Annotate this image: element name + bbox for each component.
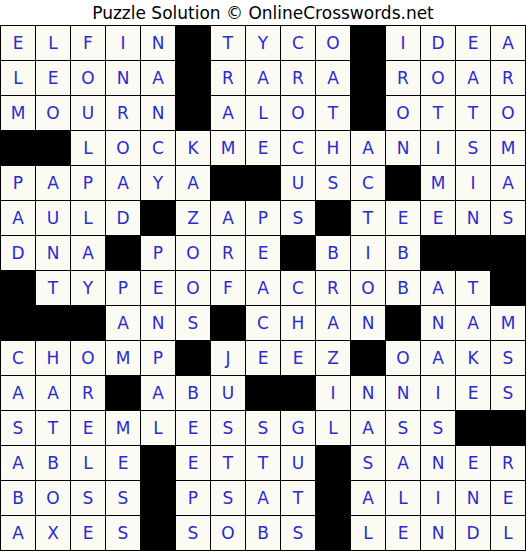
letter-cell: N bbox=[351, 306, 386, 341]
black-cell bbox=[351, 96, 386, 131]
letter-cell: E bbox=[246, 341, 281, 376]
letter-cell: T bbox=[456, 96, 491, 131]
black-cell bbox=[1, 306, 36, 341]
letter-cell: A bbox=[421, 271, 456, 306]
letter-cell: A bbox=[246, 61, 281, 96]
letter-cell: O bbox=[281, 96, 316, 131]
letter-cell: P bbox=[106, 271, 141, 306]
black-cell bbox=[246, 376, 281, 411]
letter-cell: L bbox=[141, 411, 176, 446]
letter-cell: S bbox=[176, 516, 211, 551]
letter-cell: O bbox=[176, 236, 211, 271]
letter-cell: U bbox=[281, 446, 316, 481]
black-cell bbox=[106, 236, 141, 271]
black-cell bbox=[421, 236, 456, 271]
black-cell bbox=[1, 271, 36, 306]
black-cell bbox=[176, 96, 211, 131]
letter-cell: T bbox=[246, 446, 281, 481]
letter-cell: T bbox=[36, 271, 71, 306]
letter-cell: E bbox=[36, 61, 71, 96]
letter-cell: P bbox=[71, 166, 106, 201]
letter-cell: P bbox=[246, 201, 281, 236]
letter-cell: F bbox=[71, 26, 106, 61]
letter-cell: S bbox=[71, 481, 106, 516]
letter-cell: O bbox=[36, 481, 71, 516]
letter-cell: Y bbox=[141, 166, 176, 201]
black-cell bbox=[281, 236, 316, 271]
letter-cell: Z bbox=[176, 201, 211, 236]
letter-cell: M bbox=[1, 96, 36, 131]
letter-cell: D bbox=[106, 201, 141, 236]
letter-cell: A bbox=[141, 376, 176, 411]
letter-cell: D bbox=[456, 516, 491, 551]
letter-cell: I bbox=[316, 376, 351, 411]
letter-cell: A bbox=[246, 271, 281, 306]
letter-cell: M bbox=[106, 411, 141, 446]
letter-cell: O bbox=[421, 61, 456, 96]
black-cell bbox=[141, 516, 176, 551]
letter-cell: I bbox=[351, 236, 386, 271]
letter-cell: A bbox=[211, 96, 246, 131]
letter-cell: H bbox=[281, 306, 316, 341]
letter-cell: P bbox=[176, 481, 211, 516]
black-cell bbox=[176, 26, 211, 61]
letter-cell: S bbox=[281, 201, 316, 236]
letter-cell: A bbox=[456, 61, 491, 96]
black-cell bbox=[211, 166, 246, 201]
black-cell bbox=[491, 236, 526, 271]
letter-cell: O bbox=[491, 96, 526, 131]
letter-cell: A bbox=[176, 166, 211, 201]
letter-cell: U bbox=[281, 166, 316, 201]
letter-cell: B bbox=[36, 446, 71, 481]
letter-cell: A bbox=[246, 481, 281, 516]
letter-cell: A bbox=[106, 166, 141, 201]
letter-cell: Y bbox=[71, 271, 106, 306]
letter-cell: O bbox=[71, 341, 106, 376]
letter-cell: M bbox=[421, 166, 456, 201]
letter-cell: A bbox=[1, 516, 36, 551]
letter-cell: A bbox=[211, 201, 246, 236]
letter-cell: O bbox=[386, 341, 421, 376]
black-cell bbox=[36, 306, 71, 341]
crossword-grid: ELFINTYCOIDEALEONARARAROARMOURNALOTOTTOL… bbox=[0, 25, 526, 551]
black-cell bbox=[106, 376, 141, 411]
letter-cell: N bbox=[421, 516, 456, 551]
letter-cell: Z bbox=[316, 341, 351, 376]
letter-cell: A bbox=[1, 376, 36, 411]
letter-cell: D bbox=[1, 236, 36, 271]
letter-cell: I bbox=[456, 166, 491, 201]
letter-cell: S bbox=[491, 376, 526, 411]
letter-cell: S bbox=[176, 306, 211, 341]
letter-cell: J bbox=[211, 341, 246, 376]
black-cell bbox=[491, 411, 526, 446]
letter-cell: O bbox=[316, 26, 351, 61]
letter-cell: P bbox=[141, 236, 176, 271]
letter-cell: C bbox=[141, 131, 176, 166]
letter-cell: M bbox=[106, 341, 141, 376]
letter-cell: B bbox=[386, 236, 421, 271]
letter-cell: O bbox=[351, 271, 386, 306]
letter-cell: B bbox=[316, 236, 351, 271]
letter-cell: X bbox=[36, 516, 71, 551]
letter-cell: L bbox=[491, 516, 526, 551]
black-cell bbox=[386, 166, 421, 201]
letter-cell: A bbox=[106, 306, 141, 341]
letter-cell: N bbox=[141, 306, 176, 341]
letter-cell: L bbox=[386, 481, 421, 516]
letter-cell: S bbox=[1, 411, 36, 446]
letter-cell: Y bbox=[246, 26, 281, 61]
black-cell bbox=[316, 201, 351, 236]
letter-cell: E bbox=[176, 446, 211, 481]
letter-cell: S bbox=[281, 516, 316, 551]
black-cell bbox=[351, 61, 386, 96]
letter-cell: S bbox=[491, 201, 526, 236]
letter-cell: E bbox=[386, 516, 421, 551]
letter-cell: A bbox=[421, 341, 456, 376]
letter-cell: C bbox=[246, 306, 281, 341]
black-cell bbox=[316, 481, 351, 516]
letter-cell: L bbox=[316, 411, 351, 446]
letter-cell: E bbox=[456, 446, 491, 481]
letter-cell: L bbox=[246, 96, 281, 131]
letter-cell: L bbox=[351, 516, 386, 551]
letter-cell: R bbox=[316, 271, 351, 306]
letter-cell: R bbox=[211, 236, 246, 271]
letter-cell: I bbox=[421, 481, 456, 516]
letter-cell: L bbox=[1, 61, 36, 96]
letter-cell: I bbox=[421, 376, 456, 411]
letter-cell: M bbox=[491, 131, 526, 166]
letter-cell: S bbox=[106, 516, 141, 551]
letter-cell: S bbox=[211, 411, 246, 446]
letter-cell: T bbox=[281, 481, 316, 516]
letter-cell: L bbox=[36, 26, 71, 61]
letter-cell: O bbox=[36, 96, 71, 131]
letter-cell: S bbox=[491, 341, 526, 376]
letter-cell: B bbox=[386, 271, 421, 306]
letter-cell: T bbox=[421, 96, 456, 131]
letter-cell: S bbox=[456, 131, 491, 166]
letter-cell: B bbox=[246, 516, 281, 551]
letter-cell: C bbox=[351, 166, 386, 201]
letter-cell: H bbox=[36, 341, 71, 376]
letter-cell: A bbox=[386, 446, 421, 481]
letter-cell: N bbox=[386, 376, 421, 411]
black-cell bbox=[211, 306, 246, 341]
letter-cell: I bbox=[421, 131, 456, 166]
letter-cell: N bbox=[106, 61, 141, 96]
letter-cell: F bbox=[211, 271, 246, 306]
black-cell bbox=[141, 446, 176, 481]
page-title: Puzzle Solution © OnlineCrosswords.net bbox=[0, 0, 526, 25]
black-cell bbox=[246, 166, 281, 201]
black-cell bbox=[491, 271, 526, 306]
letter-cell: B bbox=[176, 376, 211, 411]
letter-cell: E bbox=[106, 446, 141, 481]
letter-cell: E bbox=[386, 201, 421, 236]
letter-cell: A bbox=[1, 446, 36, 481]
black-cell bbox=[351, 26, 386, 61]
letter-cell: S bbox=[351, 446, 386, 481]
letter-cell: E bbox=[246, 236, 281, 271]
black-cell bbox=[1, 131, 36, 166]
letter-cell: S bbox=[316, 166, 351, 201]
black-cell bbox=[71, 306, 106, 341]
letter-cell: A bbox=[456, 306, 491, 341]
letter-cell: E bbox=[421, 201, 456, 236]
letter-cell: L bbox=[71, 201, 106, 236]
letter-cell: S bbox=[246, 411, 281, 446]
letter-cell: K bbox=[456, 341, 491, 376]
letter-cell: T bbox=[456, 271, 491, 306]
letter-cell: S bbox=[421, 411, 456, 446]
letter-cell: P bbox=[1, 166, 36, 201]
letter-cell: S bbox=[211, 481, 246, 516]
letter-cell: A bbox=[351, 481, 386, 516]
letter-cell: R bbox=[106, 96, 141, 131]
black-cell bbox=[141, 481, 176, 516]
letter-cell: E bbox=[71, 411, 106, 446]
letter-cell: O bbox=[211, 516, 246, 551]
letter-cell: N bbox=[141, 96, 176, 131]
letter-cell: N bbox=[421, 306, 456, 341]
letter-cell: A bbox=[316, 306, 351, 341]
letter-cell: U bbox=[36, 201, 71, 236]
letter-cell: E bbox=[71, 516, 106, 551]
black-cell bbox=[316, 446, 351, 481]
letter-cell: S bbox=[386, 411, 421, 446]
letter-cell: U bbox=[211, 376, 246, 411]
black-cell bbox=[36, 131, 71, 166]
letter-cell: N bbox=[421, 446, 456, 481]
letter-cell: H bbox=[316, 131, 351, 166]
letter-cell: N bbox=[456, 201, 491, 236]
letter-cell: A bbox=[491, 26, 526, 61]
puzzle-solution-page: Puzzle Solution © OnlineCrosswords.net E… bbox=[0, 0, 526, 551]
black-cell bbox=[176, 61, 211, 96]
letter-cell: I bbox=[106, 26, 141, 61]
letter-cell: R bbox=[491, 61, 526, 96]
letter-cell: C bbox=[281, 131, 316, 166]
letter-cell: A bbox=[36, 166, 71, 201]
letter-cell: C bbox=[1, 341, 36, 376]
letter-cell: S bbox=[106, 481, 141, 516]
letter-cell: M bbox=[491, 306, 526, 341]
letter-cell: A bbox=[351, 411, 386, 446]
letter-cell: A bbox=[141, 61, 176, 96]
letter-cell: C bbox=[281, 271, 316, 306]
letter-cell: N bbox=[386, 131, 421, 166]
letter-cell: M bbox=[211, 131, 246, 166]
letter-cell: T bbox=[36, 411, 71, 446]
letter-cell: A bbox=[351, 131, 386, 166]
black-cell bbox=[316, 516, 351, 551]
letter-cell: O bbox=[106, 131, 141, 166]
letter-cell: G bbox=[281, 411, 316, 446]
letter-cell: R bbox=[211, 61, 246, 96]
letter-cell: K bbox=[176, 131, 211, 166]
black-cell bbox=[386, 306, 421, 341]
letter-cell: E bbox=[176, 411, 211, 446]
black-cell bbox=[281, 376, 316, 411]
black-cell bbox=[141, 201, 176, 236]
black-cell bbox=[456, 236, 491, 271]
black-cell bbox=[456, 411, 491, 446]
letter-cell: T bbox=[211, 446, 246, 481]
letter-cell: N bbox=[351, 376, 386, 411]
letter-cell: D bbox=[421, 26, 456, 61]
letter-cell: E bbox=[456, 376, 491, 411]
letter-cell: T bbox=[211, 26, 246, 61]
letter-cell: U bbox=[71, 96, 106, 131]
letter-cell: O bbox=[386, 96, 421, 131]
letter-cell: O bbox=[71, 61, 106, 96]
letter-cell: I bbox=[386, 26, 421, 61]
letter-cell: T bbox=[316, 96, 351, 131]
letter-cell: R bbox=[386, 61, 421, 96]
letter-cell: N bbox=[141, 26, 176, 61]
letter-cell: O bbox=[176, 271, 211, 306]
letter-cell: L bbox=[71, 446, 106, 481]
letter-cell: A bbox=[1, 201, 36, 236]
black-cell bbox=[351, 341, 386, 376]
letter-cell: B bbox=[1, 481, 36, 516]
letter-cell: A bbox=[36, 376, 71, 411]
letter-cell: T bbox=[351, 201, 386, 236]
letter-cell: E bbox=[281, 341, 316, 376]
letter-cell: L bbox=[71, 131, 106, 166]
letter-cell: E bbox=[491, 481, 526, 516]
letter-cell: E bbox=[456, 26, 491, 61]
letter-cell: R bbox=[491, 446, 526, 481]
letter-cell: E bbox=[246, 131, 281, 166]
black-cell bbox=[176, 341, 211, 376]
letter-cell: N bbox=[36, 236, 71, 271]
letter-cell: P bbox=[141, 341, 176, 376]
letter-cell: E bbox=[141, 271, 176, 306]
letter-cell: N bbox=[456, 481, 491, 516]
letter-cell: R bbox=[281, 61, 316, 96]
letter-cell: R bbox=[71, 376, 106, 411]
letter-cell: A bbox=[316, 61, 351, 96]
letter-cell: A bbox=[71, 236, 106, 271]
letter-cell: A bbox=[491, 166, 526, 201]
letter-cell: E bbox=[1, 26, 36, 61]
letter-cell: C bbox=[281, 26, 316, 61]
